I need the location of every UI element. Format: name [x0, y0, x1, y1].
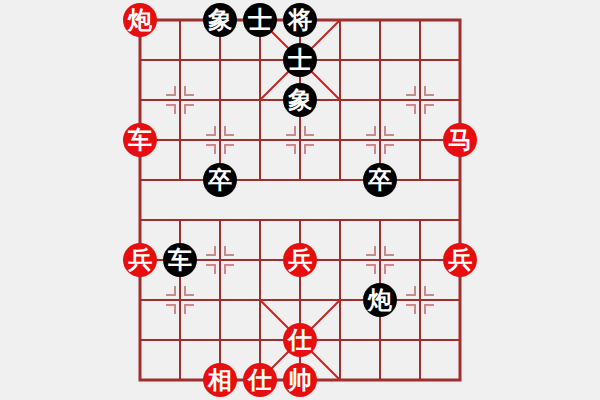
piece-red-soldier[interactable]: 兵: [443, 243, 477, 277]
position-marker: [225, 265, 234, 274]
piece-black-elephant[interactable]: 象: [283, 83, 317, 117]
piece-red-chariot[interactable]: 车: [123, 123, 157, 157]
piece-black-soldier[interactable]: 卒: [363, 163, 397, 197]
piece-black-elephant[interactable]: 象: [203, 3, 237, 37]
position-marker: [185, 305, 194, 314]
piece-red-soldier[interactable]: 兵: [123, 243, 157, 277]
position-marker: [185, 86, 194, 95]
xiangqi-app: 炮象士将士象车马卒卒兵车兵兵炮仕相仕帅: [0, 0, 600, 400]
piece-red-cannon[interactable]: 炮: [123, 3, 157, 37]
position-marker: [385, 126, 394, 135]
position-marker: [166, 286, 175, 295]
position-marker: [385, 265, 394, 274]
position-marker: [185, 286, 194, 295]
position-marker: [206, 126, 215, 135]
piece-red-advisor[interactable]: 仕: [283, 323, 317, 357]
piece-black-advisor[interactable]: 士: [243, 3, 277, 37]
xiangqi-board[interactable]: 炮象士将士象车马卒卒兵车兵兵炮仕相仕帅: [0, 0, 600, 400]
position-marker: [366, 246, 375, 255]
piece-red-soldier[interactable]: 兵: [283, 243, 317, 277]
position-marker: [425, 86, 434, 95]
position-marker: [286, 145, 295, 154]
piece-red-horse[interactable]: 马: [443, 123, 477, 157]
position-marker: [225, 126, 234, 135]
piece-black-soldier[interactable]: 卒: [203, 163, 237, 197]
position-marker: [406, 305, 415, 314]
piece-red-general[interactable]: 帅: [283, 363, 317, 397]
position-marker: [425, 105, 434, 114]
position-marker: [286, 126, 295, 135]
position-marker: [406, 105, 415, 114]
piece-black-cannon[interactable]: 炮: [363, 283, 397, 317]
position-marker: [166, 305, 175, 314]
position-marker: [385, 246, 394, 255]
position-marker: [406, 86, 415, 95]
position-marker: [366, 265, 375, 274]
position-marker: [406, 286, 415, 295]
position-marker: [206, 246, 215, 255]
piece-black-advisor[interactable]: 士: [283, 43, 317, 77]
position-marker: [225, 145, 234, 154]
piece-red-advisor[interactable]: 仕: [243, 363, 277, 397]
position-marker: [385, 145, 394, 154]
piece-black-chariot[interactable]: 车: [163, 243, 197, 277]
position-marker: [425, 286, 434, 295]
position-marker: [166, 105, 175, 114]
position-marker: [206, 145, 215, 154]
piece-black-general[interactable]: 将: [283, 3, 317, 37]
position-marker: [166, 86, 175, 95]
position-marker: [305, 145, 314, 154]
position-marker: [425, 305, 434, 314]
position-marker: [185, 105, 194, 114]
position-marker: [366, 145, 375, 154]
position-marker: [366, 126, 375, 135]
position-marker: [305, 126, 314, 135]
position-marker: [206, 265, 215, 274]
piece-red-elephant[interactable]: 相: [203, 363, 237, 397]
position-marker: [225, 246, 234, 255]
